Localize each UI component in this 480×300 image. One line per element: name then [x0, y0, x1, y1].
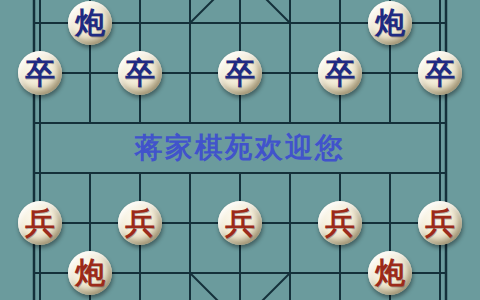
piece-red-soldier[interactable]: 兵	[418, 201, 462, 245]
piece-red-soldier[interactable]: 兵	[118, 201, 162, 245]
piece-red-cannon[interactable]: 炮	[368, 251, 412, 295]
xiangqi-board: 蒋家棋苑欢迎您 炮炮卒卒卒卒卒兵兵兵兵兵炮炮	[0, 0, 480, 300]
red-palace-diagonal	[240, 273, 290, 300]
river-welcome-text: 蒋家棋苑欢迎您	[0, 129, 480, 167]
piece-black-soldier[interactable]: 卒	[118, 51, 162, 95]
piece-black-soldier[interactable]: 卒	[18, 51, 62, 95]
black-palace-diagonal	[240, 0, 290, 23]
piece-black-soldier[interactable]: 卒	[218, 51, 262, 95]
piece-red-soldier[interactable]: 兵	[18, 201, 62, 245]
piece-red-cannon[interactable]: 炮	[68, 251, 112, 295]
piece-red-soldier[interactable]: 兵	[318, 201, 362, 245]
piece-black-soldier[interactable]: 卒	[318, 51, 362, 95]
piece-red-soldier[interactable]: 兵	[218, 201, 262, 245]
black-palace-diagonal	[190, 0, 240, 23]
red-palace-diagonal	[190, 273, 240, 300]
piece-black-cannon[interactable]: 炮	[368, 1, 412, 45]
piece-black-soldier[interactable]: 卒	[418, 51, 462, 95]
piece-black-cannon[interactable]: 炮	[68, 1, 112, 45]
